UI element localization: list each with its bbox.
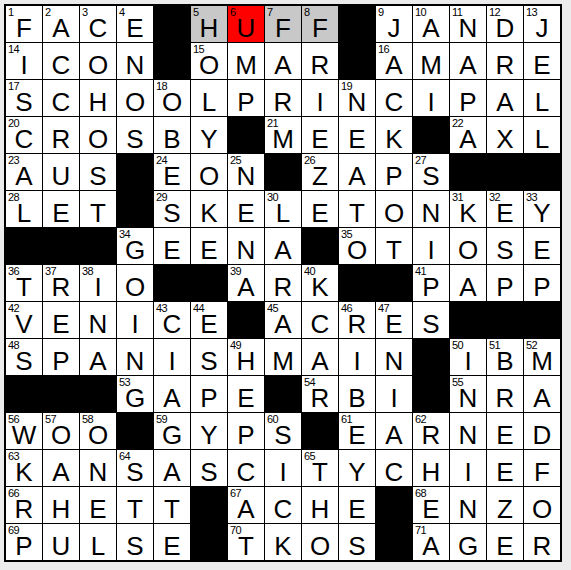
- cell-r10c8[interactable]: M: [265, 339, 301, 375]
- cell-letter: F: [6, 15, 42, 41]
- cell-r6c7[interactable]: E: [228, 191, 264, 227]
- cell-letter: R: [524, 533, 560, 559]
- cell-r11c14[interactable]: R: [487, 376, 523, 412]
- cell-r6c2[interactable]: E: [43, 191, 79, 227]
- cell-r12c10[interactable]: 61E: [339, 413, 375, 449]
- cell-r8c15[interactable]: P: [524, 265, 560, 301]
- cell-r1c2[interactable]: 2A: [43, 6, 79, 42]
- cell-letter: I: [265, 459, 301, 485]
- cell-r13c4[interactable]: 64S: [117, 450, 153, 486]
- cell-r1c13[interactable]: 11N: [450, 6, 486, 42]
- cell-letter: A: [6, 163, 42, 189]
- cell-r12c14[interactable]: E: [487, 413, 523, 449]
- cell-r3c10[interactable]: 19N: [339, 80, 375, 116]
- cell-letter: S: [154, 200, 190, 226]
- cell-r11c15[interactable]: A: [524, 376, 560, 412]
- block-cell-r4c7: [228, 117, 264, 153]
- cell-r1c1[interactable]: 1F: [6, 6, 42, 42]
- cell-r1c4[interactable]: 4E: [117, 6, 153, 42]
- cell-r7c13[interactable]: O: [450, 228, 486, 264]
- cell-r12c7[interactable]: P: [228, 413, 264, 449]
- cell-r5c2[interactable]: U: [43, 154, 79, 190]
- cell-r6c14[interactable]: 32E: [487, 191, 523, 227]
- cell-r2c9[interactable]: R: [302, 43, 338, 79]
- cell-r13c15[interactable]: F: [524, 450, 560, 486]
- cell-letter: T: [6, 274, 42, 300]
- cell-r3c3[interactable]: H: [80, 80, 116, 116]
- cell-r9c4[interactable]: I: [117, 302, 153, 338]
- cell-letter: A: [154, 385, 190, 411]
- cell-r7c14[interactable]: S: [487, 228, 523, 264]
- cell-letter: P: [376, 163, 412, 189]
- cell-letter: S: [191, 459, 227, 485]
- cell-r9c11[interactable]: 47E: [376, 302, 412, 338]
- cell-letter: L: [524, 89, 560, 115]
- cell-letter: E: [302, 126, 338, 152]
- cell-r11c5[interactable]: A: [154, 376, 190, 412]
- cell-r14c2[interactable]: H: [43, 487, 79, 523]
- cell-r4c3[interactable]: O: [80, 117, 116, 153]
- cell-r14c10[interactable]: E: [339, 487, 375, 523]
- cell-letter: T: [154, 496, 190, 522]
- cell-letter: O: [117, 274, 153, 300]
- cell-letter: H: [228, 348, 264, 374]
- cell-r3c13[interactable]: P: [450, 80, 486, 116]
- cell-r15c9[interactable]: O: [302, 524, 338, 560]
- cell-letter: A: [339, 163, 375, 189]
- cell-letter: N: [117, 52, 153, 78]
- cell-letter: N: [376, 348, 412, 374]
- cell-r13c12[interactable]: H: [413, 450, 449, 486]
- cell-r7c5[interactable]: E: [154, 228, 190, 264]
- cell-letter: Z: [487, 496, 523, 522]
- cell-letter: E: [117, 15, 153, 41]
- cell-r10c3[interactable]: A: [80, 339, 116, 375]
- cell-r8c9[interactable]: 40K: [302, 265, 338, 301]
- cell-r14c1[interactable]: 66R: [6, 487, 42, 523]
- cell-r3c4[interactable]: O: [117, 80, 153, 116]
- cell-r3c14[interactable]: A: [487, 80, 523, 116]
- cell-r2c1[interactable]: 14I: [6, 43, 42, 79]
- cell-r3c5[interactable]: 18O: [154, 80, 190, 116]
- cell-letter: U: [228, 15, 264, 41]
- cell-r6c3[interactable]: T: [80, 191, 116, 227]
- cell-letter: P: [228, 89, 264, 115]
- cell-letter: T: [376, 237, 412, 263]
- cell-letter: H: [302, 496, 338, 522]
- cell-r3c7[interactable]: P: [228, 80, 264, 116]
- cell-r10c6[interactable]: S: [191, 339, 227, 375]
- block-cell-r2c10: [339, 43, 375, 79]
- cell-r2c15[interactable]: E: [524, 43, 560, 79]
- block-cell-r6c4: [117, 191, 153, 227]
- cell-letter: O: [339, 237, 375, 263]
- cell-r8c13[interactable]: A: [450, 265, 486, 301]
- block-cell-r7c1: [6, 228, 42, 264]
- cell-r1c15[interactable]: 13J: [524, 6, 560, 42]
- cell-letter: H: [413, 459, 449, 485]
- cell-r3c12[interactable]: I: [413, 80, 449, 116]
- cell-r2c8[interactable]: A: [265, 43, 301, 79]
- cell-r10c4[interactable]: N: [117, 339, 153, 375]
- cell-r9c8[interactable]: 45A: [265, 302, 301, 338]
- cell-r1c3[interactable]: 3C: [80, 6, 116, 42]
- cell-r5c1[interactable]: 23A: [6, 154, 42, 190]
- cell-r14c3[interactable]: E: [80, 487, 116, 523]
- cell-r4c2[interactable]: R: [43, 117, 79, 153]
- cell-r15c14[interactable]: E: [487, 524, 523, 560]
- cell-r3c8[interactable]: R: [265, 80, 301, 116]
- cell-r9c12[interactable]: S: [413, 302, 449, 338]
- cell-letter: G: [117, 237, 153, 263]
- cell-r3c1[interactable]: 17S: [6, 80, 42, 116]
- cell-r10c5[interactable]: I: [154, 339, 190, 375]
- cell-letter: C: [228, 459, 264, 485]
- cell-letter: C: [302, 311, 338, 337]
- cell-r11c9[interactable]: 54R: [302, 376, 338, 412]
- cell-r6c15[interactable]: 33Y: [524, 191, 560, 227]
- cell-r6c13[interactable]: 31K: [450, 191, 486, 227]
- cell-r15c1[interactable]: 69P: [6, 524, 42, 560]
- cell-r1c14[interactable]: 12D: [487, 6, 523, 42]
- cell-r14c5[interactable]: T: [154, 487, 190, 523]
- cell-r6c5[interactable]: 29S: [154, 191, 190, 227]
- cell-r8c4[interactable]: O: [117, 265, 153, 301]
- cell-r2c14[interactable]: R: [487, 43, 523, 79]
- cell-letter: N: [339, 89, 375, 115]
- cell-r10c9[interactable]: A: [302, 339, 338, 375]
- cell-r4c8[interactable]: 21M: [265, 117, 301, 153]
- cell-r14c7[interactable]: 67A: [228, 487, 264, 523]
- cell-r15c15[interactable]: R: [524, 524, 560, 560]
- cell-letter: P: [487, 274, 523, 300]
- block-cell-r8c6: [191, 265, 227, 301]
- cell-r9c1[interactable]: 42V: [6, 302, 42, 338]
- cell-letter: F: [302, 15, 338, 41]
- cell-r8c14[interactable]: P: [487, 265, 523, 301]
- cell-r13c7[interactable]: C: [228, 450, 264, 486]
- cell-letter: O: [80, 52, 116, 78]
- cell-r7c10[interactable]: 35O: [339, 228, 375, 264]
- cell-letter: A: [376, 52, 412, 78]
- cell-r10c1[interactable]: 48S: [6, 339, 42, 375]
- block-cell-r14c11: [376, 487, 412, 523]
- cell-letter: L: [265, 200, 301, 226]
- cell-r15c8[interactable]: K: [265, 524, 301, 560]
- cell-r15c4[interactable]: S: [117, 524, 153, 560]
- cell-r6c11[interactable]: O: [376, 191, 412, 227]
- cell-r1c11[interactable]: 9J: [376, 6, 412, 42]
- cell-r3c15[interactable]: L: [524, 80, 560, 116]
- cell-letter: E: [413, 496, 449, 522]
- cell-letter: R: [413, 422, 449, 448]
- cell-r12c6[interactable]: Y: [191, 413, 227, 449]
- cell-r12c13[interactable]: N: [450, 413, 486, 449]
- block-cell-r5c14: [487, 154, 523, 190]
- cell-r14c15[interactable]: O: [524, 487, 560, 523]
- cell-r13c2[interactable]: A: [43, 450, 79, 486]
- cell-r11c10[interactable]: B: [339, 376, 375, 412]
- cell-letter: A: [43, 15, 79, 41]
- cell-r10c2[interactable]: P: [43, 339, 79, 375]
- cell-r11c7[interactable]: E: [228, 376, 264, 412]
- cell-r5c10[interactable]: A: [339, 154, 375, 190]
- cell-r5c11[interactable]: P: [376, 154, 412, 190]
- cell-letter: C: [376, 89, 412, 115]
- cell-letter: H: [43, 496, 79, 522]
- cell-letter: S: [265, 422, 301, 448]
- cell-r4c9[interactable]: E: [302, 117, 338, 153]
- cell-r4c15[interactable]: L: [524, 117, 560, 153]
- cell-letter: D: [524, 422, 560, 448]
- cell-letter: L: [6, 200, 42, 226]
- cell-letter: A: [376, 422, 412, 448]
- cell-r1c12[interactable]: 10A: [413, 6, 449, 42]
- block-cell-r7c3: [80, 228, 116, 264]
- cell-r7c8[interactable]: A: [265, 228, 301, 264]
- cell-r6c10[interactable]: T: [339, 191, 375, 227]
- cell-letter: C: [154, 311, 190, 337]
- cell-letter: A: [413, 15, 449, 41]
- cell-r1c6[interactable]: 5H: [191, 6, 227, 42]
- cell-r4c13[interactable]: 22A: [450, 117, 486, 153]
- cell-r12c8[interactable]: 60S: [265, 413, 301, 449]
- cell-r12c15[interactable]: D: [524, 413, 560, 449]
- cell-r7c12[interactable]: I: [413, 228, 449, 264]
- cell-r14c4[interactable]: T: [117, 487, 153, 523]
- cell-r12c2[interactable]: 57O: [43, 413, 79, 449]
- cell-r4c4[interactable]: S: [117, 117, 153, 153]
- cell-r8c12[interactable]: 41P: [413, 265, 449, 301]
- cell-r2c7[interactable]: M: [228, 43, 264, 79]
- cell-r9c9[interactable]: C: [302, 302, 338, 338]
- cell-r10c13[interactable]: 50I: [450, 339, 486, 375]
- cell-r13c8[interactable]: I: [265, 450, 301, 486]
- block-cell-r5c13: [450, 154, 486, 190]
- cell-letter: H: [191, 15, 227, 41]
- cell-letter: N: [80, 311, 116, 337]
- cell-letter: R: [43, 126, 79, 152]
- cell-letter: K: [302, 274, 338, 300]
- cell-r13c6[interactable]: S: [191, 450, 227, 486]
- cell-r15c2[interactable]: U: [43, 524, 79, 560]
- cell-r3c2[interactable]: C: [43, 80, 79, 116]
- cell-r8c7[interactable]: 39A: [228, 265, 264, 301]
- cell-r12c5[interactable]: 59G: [154, 413, 190, 449]
- cell-letter: I: [413, 237, 449, 263]
- cell-letter: P: [450, 89, 486, 115]
- cell-r7c11[interactable]: T: [376, 228, 412, 264]
- cell-r6c12[interactable]: N: [413, 191, 449, 227]
- cell-r15c7[interactable]: 70T: [228, 524, 264, 560]
- cell-letter: L: [191, 89, 227, 115]
- cell-r13c10[interactable]: Y: [339, 450, 375, 486]
- cell-r2c11[interactable]: 16A: [376, 43, 412, 79]
- cell-letter: A: [450, 126, 486, 152]
- cell-r14c14[interactable]: Z: [487, 487, 523, 523]
- cell-letter: S: [339, 533, 375, 559]
- cell-letter: O: [450, 237, 486, 263]
- cell-r13c14[interactable]: E: [487, 450, 523, 486]
- cell-r2c2[interactable]: C: [43, 43, 79, 79]
- cell-r8c3[interactable]: 38I: [80, 265, 116, 301]
- cell-r5c6[interactable]: O: [191, 154, 227, 190]
- cell-r10c10[interactable]: I: [339, 339, 375, 375]
- cell-letter: I: [302, 89, 338, 115]
- cell-r2c4[interactable]: N: [117, 43, 153, 79]
- cell-r12c11[interactable]: A: [376, 413, 412, 449]
- cell-r13c5[interactable]: A: [154, 450, 190, 486]
- cell-r5c3[interactable]: S: [80, 154, 116, 190]
- cell-letter: J: [376, 15, 412, 41]
- cell-letter: K: [191, 200, 227, 226]
- cell-letter: C: [43, 89, 79, 115]
- cell-r15c12[interactable]: 71A: [413, 524, 449, 560]
- cell-r13c1[interactable]: 63K: [6, 450, 42, 486]
- cell-letter: O: [191, 52, 227, 78]
- cell-r7c7[interactable]: N: [228, 228, 264, 264]
- cell-letter: I: [80, 274, 116, 300]
- cell-r15c13[interactable]: G: [450, 524, 486, 560]
- cell-letter: T: [339, 200, 375, 226]
- cell-letter: O: [154, 89, 190, 115]
- cell-r9c6[interactable]: 44E: [191, 302, 227, 338]
- cell-letter: E: [43, 200, 79, 226]
- cell-r10c7[interactable]: 49H: [228, 339, 264, 375]
- cell-r14c9[interactable]: H: [302, 487, 338, 523]
- cell-r4c1[interactable]: 20C: [6, 117, 42, 153]
- cell-r9c3[interactable]: N: [80, 302, 116, 338]
- cell-r6c9[interactable]: E: [302, 191, 338, 227]
- cell-r14c12[interactable]: 68E: [413, 487, 449, 523]
- cell-r3c11[interactable]: C: [376, 80, 412, 116]
- block-cell-r14c6: [191, 487, 227, 523]
- cell-letter: S: [413, 163, 449, 189]
- cell-r14c13[interactable]: N: [450, 487, 486, 523]
- block-cell-r11c12: [413, 376, 449, 412]
- cell-r14c8[interactable]: C: [265, 487, 301, 523]
- cell-r15c5[interactable]: E: [154, 524, 190, 560]
- cell-letter: L: [524, 126, 560, 152]
- cell-letter: P: [524, 274, 560, 300]
- cell-r13c11[interactable]: C: [376, 450, 412, 486]
- cell-r6c1[interactable]: 28L: [6, 191, 42, 227]
- cell-r11c13[interactable]: 55N: [450, 376, 486, 412]
- cell-letter: E: [487, 459, 523, 485]
- cell-r7c4[interactable]: 34G: [117, 228, 153, 264]
- cell-letter: O: [376, 200, 412, 226]
- cell-r11c4[interactable]: 53G: [117, 376, 153, 412]
- cell-r11c11[interactable]: I: [376, 376, 412, 412]
- cell-letter: I: [450, 459, 486, 485]
- cell-r1c9[interactable]: 8F: [302, 6, 338, 42]
- cell-r9c2[interactable]: E: [43, 302, 79, 338]
- cell-letter: Y: [191, 422, 227, 448]
- cell-r2c13[interactable]: A: [450, 43, 486, 79]
- cell-r4c14[interactable]: X: [487, 117, 523, 153]
- cell-letter: A: [265, 311, 301, 337]
- cell-r3c9[interactable]: I: [302, 80, 338, 116]
- cell-r8c8[interactable]: R: [265, 265, 301, 301]
- block-cell-r2c5: [154, 43, 190, 79]
- cell-r1c8[interactable]: 7F: [265, 6, 301, 42]
- block-cell-r7c9: [302, 228, 338, 264]
- cell-r8c1[interactable]: 36T: [6, 265, 42, 301]
- cell-letter: E: [339, 496, 375, 522]
- cell-letter: S: [117, 459, 153, 485]
- cell-r12c1[interactable]: 56W: [6, 413, 42, 449]
- cell-r15c3[interactable]: L: [80, 524, 116, 560]
- cell-r3c6[interactable]: L: [191, 80, 227, 116]
- cell-r13c13[interactable]: I: [450, 450, 486, 486]
- cell-r7c6[interactable]: E: [191, 228, 227, 264]
- cell-r5c5[interactable]: 24E: [154, 154, 190, 190]
- cell-letter: B: [339, 385, 375, 411]
- cell-r9c10[interactable]: 46R: [339, 302, 375, 338]
- cell-letter: O: [80, 126, 116, 152]
- cell-r6c6[interactable]: K: [191, 191, 227, 227]
- cell-letter: N: [450, 422, 486, 448]
- cell-letter: A: [450, 52, 486, 78]
- cell-letter: E: [302, 200, 338, 226]
- cell-letter: T: [228, 533, 264, 559]
- cell-r12c12[interactable]: 62R: [413, 413, 449, 449]
- cell-letter: C: [265, 496, 301, 522]
- cell-letter: A: [413, 533, 449, 559]
- cell-r2c3[interactable]: O: [80, 43, 116, 79]
- cell-r7c15[interactable]: E: [524, 228, 560, 264]
- cell-letter: A: [302, 348, 338, 374]
- cell-r4c11[interactable]: K: [376, 117, 412, 153]
- cell-r1c7[interactable]: 6U: [228, 6, 264, 42]
- cell-letter: S: [6, 89, 42, 115]
- cell-letter: S: [413, 311, 449, 337]
- cell-r11c6[interactable]: P: [191, 376, 227, 412]
- cell-r4c10[interactable]: E: [339, 117, 375, 153]
- cell-letter: F: [265, 15, 301, 41]
- cell-r10c15[interactable]: 52M: [524, 339, 560, 375]
- cell-r9c5[interactable]: 43C: [154, 302, 190, 338]
- cell-r4c5[interactable]: B: [154, 117, 190, 153]
- cell-r2c6[interactable]: 15O: [191, 43, 227, 79]
- cell-letter: S: [6, 348, 42, 374]
- cell-letter: A: [524, 385, 560, 411]
- cell-letter: E: [80, 496, 116, 522]
- cell-r8c2[interactable]: 37R: [43, 265, 79, 301]
- cell-r5c7[interactable]: 25N: [228, 154, 264, 190]
- cell-r13c3[interactable]: N: [80, 450, 116, 486]
- cell-r5c12[interactable]: 27S: [413, 154, 449, 190]
- cell-letter: Y: [191, 126, 227, 152]
- cell-r12c3[interactable]: 58O: [80, 413, 116, 449]
- cell-r10c11[interactable]: N: [376, 339, 412, 375]
- cell-r13c9[interactable]: 65T: [302, 450, 338, 486]
- cell-letter: E: [191, 311, 227, 337]
- cell-r6c8[interactable]: 30L: [265, 191, 301, 227]
- cell-letter: P: [413, 274, 449, 300]
- block-cell-r12c9: [302, 413, 338, 449]
- cell-r4c6[interactable]: Y: [191, 117, 227, 153]
- cell-letter: S: [117, 533, 153, 559]
- cell-r10c14[interactable]: 51B: [487, 339, 523, 375]
- cell-letter: M: [524, 348, 560, 374]
- cell-letter: E: [487, 200, 523, 226]
- cell-letter: M: [413, 52, 449, 78]
- cell-letter: E: [487, 533, 523, 559]
- cell-r2c12[interactable]: M: [413, 43, 449, 79]
- cell-r15c10[interactable]: S: [339, 524, 375, 560]
- cell-r5c9[interactable]: 26Z: [302, 154, 338, 190]
